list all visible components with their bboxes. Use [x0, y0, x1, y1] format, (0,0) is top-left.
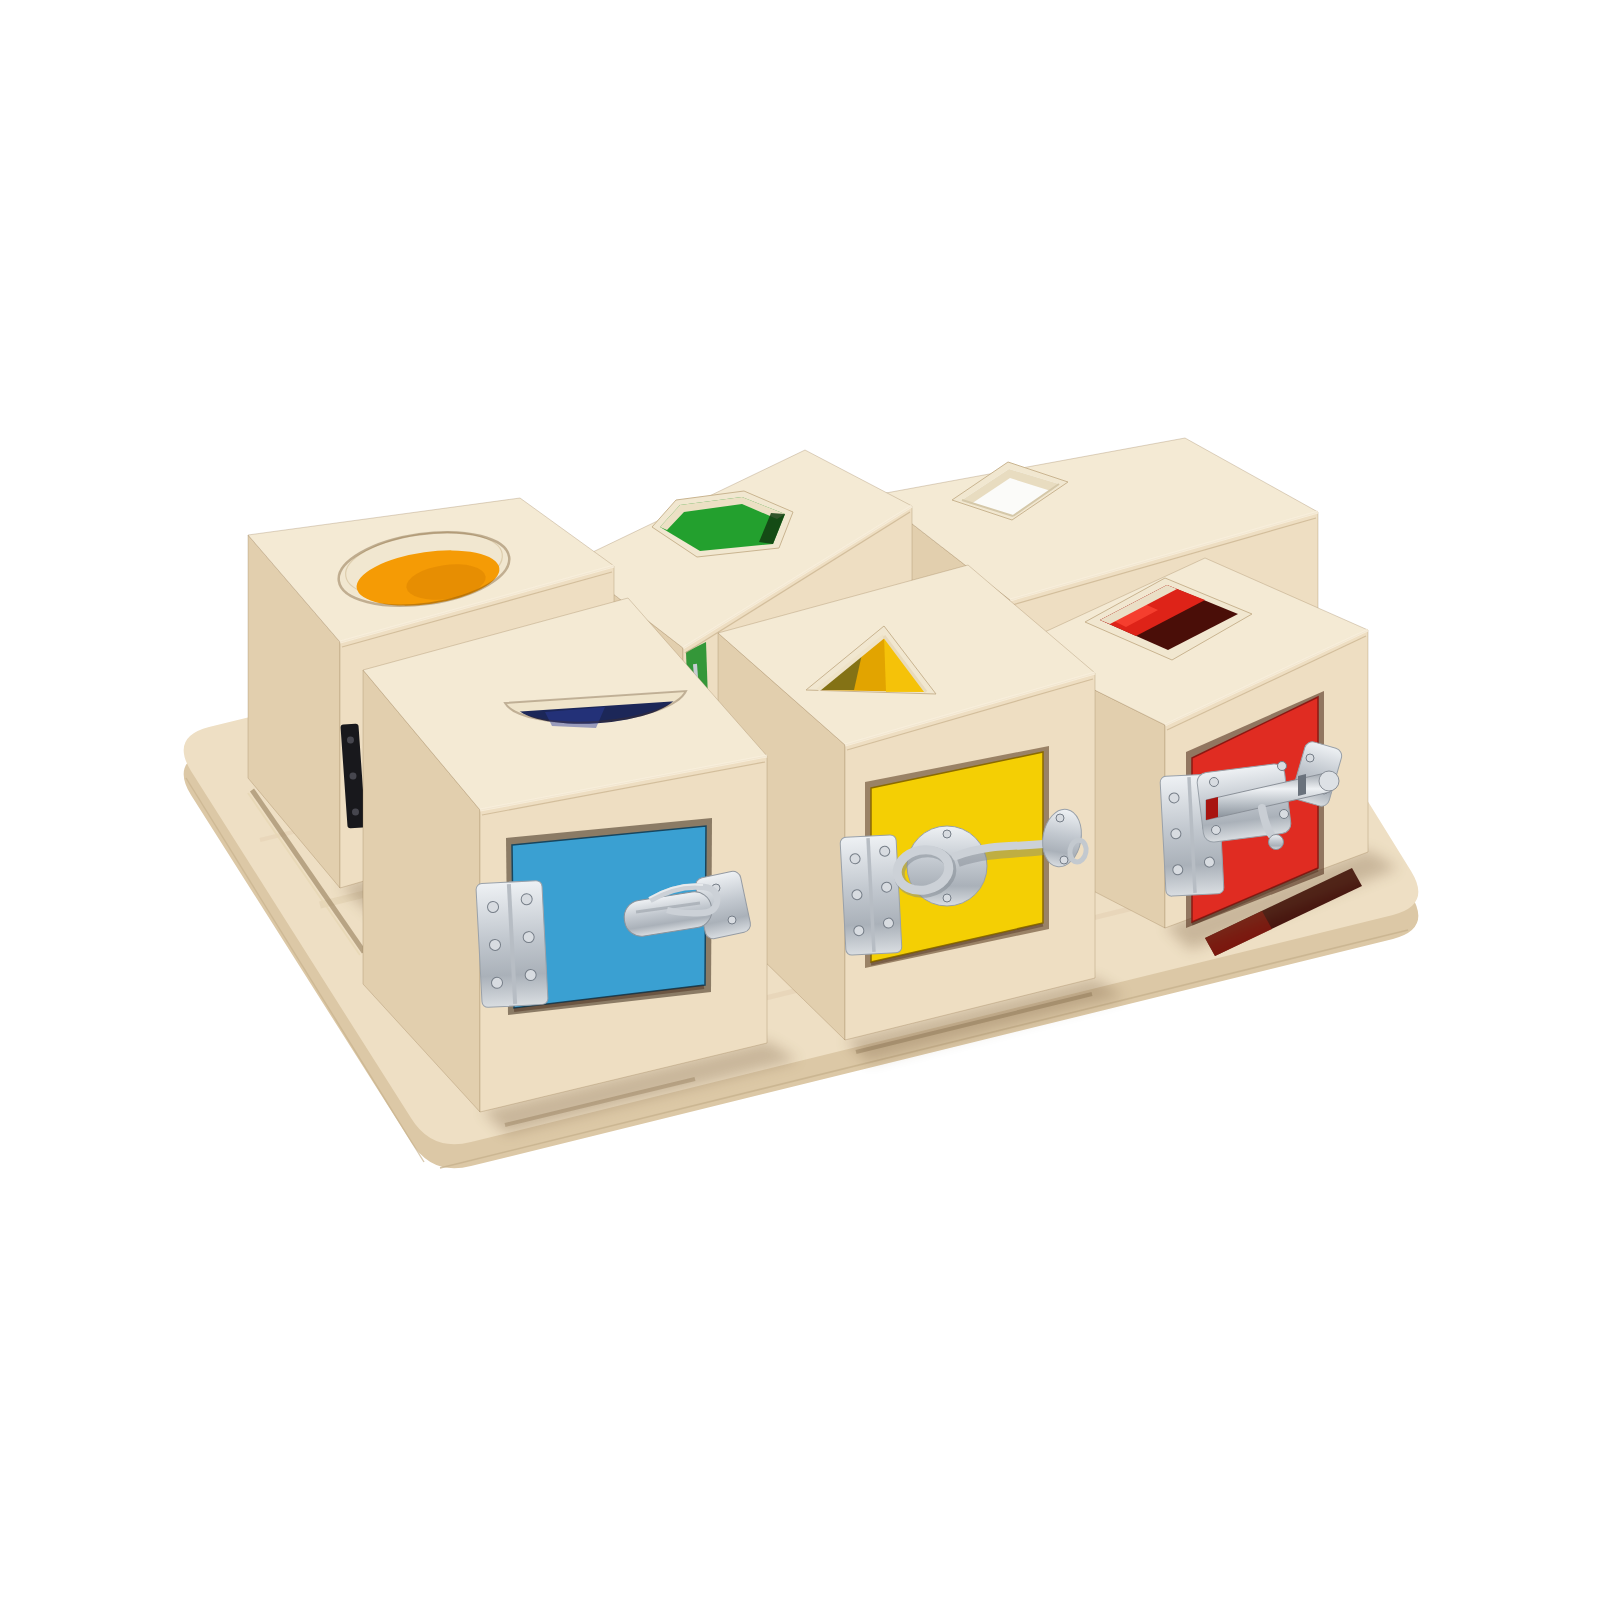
photo-stage — [0, 0, 1600, 1600]
product-photo — [0, 0, 1600, 1600]
bolt-collar — [1298, 774, 1306, 796]
bolt-handle-ball — [1269, 835, 1284, 850]
box5-hinge — [840, 835, 902, 956]
lockbox-front-middle-triangle — [718, 565, 1095, 1040]
bolt-red-tip — [1206, 797, 1218, 820]
bolt-cylinder-cap — [1319, 771, 1339, 791]
box4-hinge — [476, 880, 548, 1007]
